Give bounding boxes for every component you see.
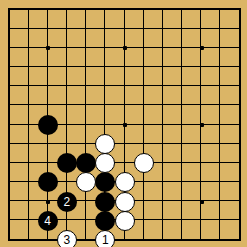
black-stone: 2 xyxy=(57,192,77,212)
grid-cell xyxy=(48,10,67,29)
grid-cell xyxy=(10,48,29,67)
black-stone xyxy=(57,153,77,173)
grid-cell xyxy=(201,144,220,163)
grid-cell xyxy=(201,10,220,29)
grid-cell xyxy=(48,67,67,86)
grid-cell xyxy=(182,220,201,239)
grid-cell xyxy=(144,48,163,67)
grid-cell xyxy=(220,125,239,144)
grid-cell xyxy=(125,125,144,144)
grid-cell xyxy=(125,86,144,105)
white-stone: 1 xyxy=(95,230,115,247)
grid-cell xyxy=(67,29,86,48)
star-point xyxy=(200,46,204,50)
grid-cell xyxy=(220,220,239,239)
grid-cell xyxy=(144,10,163,29)
grid-cell xyxy=(201,29,220,48)
black-stone xyxy=(38,115,58,135)
grid-cell xyxy=(86,48,105,67)
grid-cell xyxy=(125,67,144,86)
grid-cell xyxy=(105,105,124,124)
star-point xyxy=(46,200,50,204)
grid-cell xyxy=(182,144,201,163)
grid-cell xyxy=(125,29,144,48)
grid-cell xyxy=(220,86,239,105)
grid-cell xyxy=(67,67,86,86)
black-stone xyxy=(95,172,115,192)
grid-cell xyxy=(163,125,182,144)
grid-cell xyxy=(182,201,201,220)
grid-cell xyxy=(67,86,86,105)
star-point xyxy=(46,46,50,50)
grid-cell xyxy=(10,86,29,105)
grid-cell xyxy=(10,163,29,182)
grid-cell xyxy=(201,105,220,124)
grid-cell xyxy=(201,182,220,201)
grid-cell xyxy=(67,48,86,67)
grid-cell xyxy=(10,201,29,220)
grid-cell xyxy=(105,86,124,105)
grid-cell xyxy=(163,48,182,67)
grid-cell xyxy=(29,144,48,163)
grid-cell xyxy=(144,105,163,124)
grid-cell xyxy=(10,105,29,124)
grid-cell xyxy=(220,10,239,29)
grid-cell xyxy=(220,67,239,86)
grid-cell xyxy=(67,125,86,144)
grid-cell xyxy=(67,105,86,124)
white-stone xyxy=(115,172,135,192)
grid-cell xyxy=(144,86,163,105)
grid-cell xyxy=(10,182,29,201)
grid-cell xyxy=(67,10,86,29)
grid-cell xyxy=(105,48,124,67)
grid-cell xyxy=(201,48,220,67)
grid-cell xyxy=(182,105,201,124)
grid-cell xyxy=(125,105,144,124)
star-point xyxy=(123,46,127,50)
star-point xyxy=(200,200,204,204)
grid-cell xyxy=(220,29,239,48)
grid-cell xyxy=(163,144,182,163)
grid-cell xyxy=(163,105,182,124)
grid-cell xyxy=(163,201,182,220)
white-stone: 3 xyxy=(57,230,77,247)
move-number: 4 xyxy=(44,215,51,227)
grid-cell xyxy=(182,163,201,182)
grid-cell xyxy=(163,182,182,201)
grid-cell xyxy=(29,67,48,86)
grid-cell xyxy=(125,10,144,29)
grid-cell xyxy=(163,29,182,48)
grid-cell xyxy=(48,48,67,67)
grid-cell xyxy=(182,29,201,48)
grid-cell xyxy=(29,10,48,29)
grid-cell xyxy=(182,10,201,29)
white-stone xyxy=(76,172,96,192)
grid-cell xyxy=(10,144,29,163)
grid-cell xyxy=(86,105,105,124)
grid-cell xyxy=(105,67,124,86)
grid-cell xyxy=(201,67,220,86)
grid-cell xyxy=(201,86,220,105)
grid-cell xyxy=(163,163,182,182)
grid-cell xyxy=(144,29,163,48)
black-stone: 4 xyxy=(38,211,58,231)
grid-cell xyxy=(201,125,220,144)
grid-cell xyxy=(86,29,105,48)
grid-cell xyxy=(29,48,48,67)
grid-cell xyxy=(220,105,239,124)
grid-cell xyxy=(86,67,105,86)
grid-cell xyxy=(125,48,144,67)
grid-cell xyxy=(144,220,163,239)
black-stone xyxy=(76,153,96,173)
grid-cell xyxy=(10,29,29,48)
grid-cell xyxy=(182,48,201,67)
grid-cell xyxy=(144,182,163,201)
grid-cell xyxy=(86,86,105,105)
grid-cell xyxy=(163,67,182,86)
grid-cell xyxy=(220,144,239,163)
grid-cell xyxy=(10,10,29,29)
grid-cell xyxy=(10,220,29,239)
grid-cell xyxy=(182,182,201,201)
grid-cell xyxy=(182,125,201,144)
go-board: 2431 xyxy=(0,0,247,247)
black-stone xyxy=(95,192,115,212)
grid-cell xyxy=(163,86,182,105)
grid-cell xyxy=(48,29,67,48)
grid-cell xyxy=(105,10,124,29)
star-point xyxy=(123,123,127,127)
grid-cell xyxy=(220,201,239,220)
white-stone xyxy=(115,192,135,212)
grid-cell xyxy=(163,220,182,239)
white-stone xyxy=(95,153,115,173)
grid-cell xyxy=(201,163,220,182)
grid-cell xyxy=(182,86,201,105)
grid-cell xyxy=(220,163,239,182)
move-number: 3 xyxy=(63,234,70,246)
black-stone xyxy=(38,172,58,192)
grid-cell xyxy=(48,86,67,105)
grid-cell xyxy=(182,67,201,86)
grid-cell xyxy=(220,182,239,201)
move-number: 1 xyxy=(102,234,109,246)
white-stone xyxy=(134,153,154,173)
black-stone xyxy=(95,211,115,231)
grid-cell xyxy=(10,67,29,86)
white-stone xyxy=(95,134,115,154)
grid-cell xyxy=(144,201,163,220)
grid-cell xyxy=(201,220,220,239)
grid-cell xyxy=(144,125,163,144)
grid-cell xyxy=(220,48,239,67)
grid-cell xyxy=(86,10,105,29)
grid-cell xyxy=(144,67,163,86)
move-number: 2 xyxy=(63,196,70,208)
grid-cell xyxy=(29,86,48,105)
grid-cell xyxy=(163,10,182,29)
star-point xyxy=(200,123,204,127)
grid-cell xyxy=(201,201,220,220)
grid-cell xyxy=(10,125,29,144)
white-stone xyxy=(115,211,135,231)
